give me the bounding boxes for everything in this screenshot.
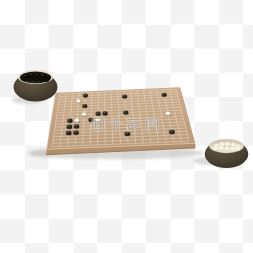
black-stone[interactable] [67, 119, 72, 123]
bowl-black-stone [34, 73, 40, 78]
illustration-canvas [0, 0, 253, 253]
go-board-illustration: 千库网 [0, 0, 253, 253]
white-stone[interactable] [82, 112, 87, 116]
stone-glint [42, 74, 44, 75]
bowl-black-stone [21, 76, 27, 81]
bowl-black-stone [33, 77, 39, 82]
black-stone-bowl[interactable] [12, 70, 58, 104]
black-stone[interactable] [67, 125, 72, 129]
bowl-white-stone [235, 146, 241, 150]
black-stone[interactable] [102, 111, 107, 115]
stone-glint [36, 74, 38, 75]
bowl-black-stone [28, 72, 34, 77]
bowl-white-stone [224, 146, 230, 150]
bowl-white-stone [213, 146, 219, 150]
black-stone[interactable] [82, 104, 87, 108]
black-stone[interactable] [95, 112, 100, 116]
white-stone[interactable] [165, 112, 170, 116]
stone-glint [25, 75, 27, 76]
bowl-black-stone [44, 77, 50, 82]
stone-glint [30, 73, 32, 74]
black-stone[interactable] [162, 93, 167, 97]
black-stone[interactable] [66, 131, 72, 135]
black-stone[interactable] [123, 110, 128, 114]
bowl-black-stone [27, 76, 33, 81]
black-stone[interactable] [169, 130, 175, 134]
black-stone[interactable] [74, 124, 79, 128]
white-stone[interactable] [74, 118, 79, 122]
bowl-white-stone [218, 146, 224, 150]
white-stone[interactable] [76, 99, 81, 103]
bowl-white-stone [225, 142, 231, 146]
black-stone[interactable] [73, 130, 79, 134]
black-stone[interactable] [83, 94, 88, 98]
black-stone[interactable] [122, 94, 127, 98]
